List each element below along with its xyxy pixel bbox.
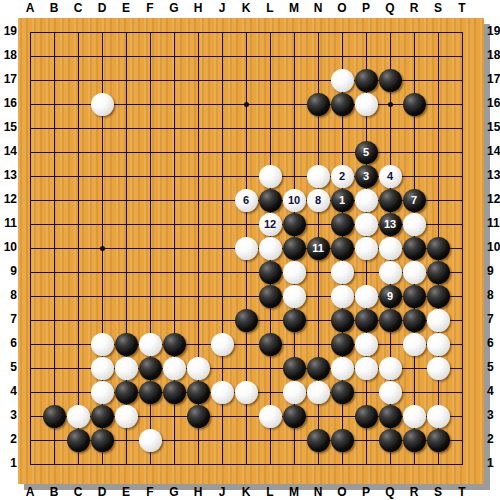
black-stone-R7 [403,309,426,332]
coordinate-label-left-10: 10 [1,240,17,254]
black-stone-E6 [115,333,138,356]
white-stone-O9 [331,261,354,284]
black-stone-M5 [283,357,306,380]
black-stone-L12 [259,189,282,212]
move-number-13: 13 [384,219,396,230]
white-stone-L13 [259,165,282,188]
white-stone-M9 [283,261,306,284]
coordinate-label-left-8: 8 [1,288,17,302]
coordinate-label-right-14: 14 [487,144,500,158]
white-stone-Q9 [379,261,402,284]
coordinate-label-bottom-G: G [162,485,186,499]
move-number-7: 7 [411,195,417,206]
black-stone-Q17 [379,69,402,92]
coordinate-label-bottom-O: O [330,485,354,499]
black-stone-Q12 [379,189,402,212]
white-stone-M8 [283,285,306,308]
black-stone-R12: 7 [403,189,426,212]
coordinate-label-left-13: 13 [1,168,17,182]
black-stone-N10: 11 [307,237,330,260]
coordinate-label-bottom-D: D [90,485,114,499]
coordinate-label-bottom-S: S [426,485,450,499]
black-stone-L9 [259,261,282,284]
white-stone-M12: 10 [283,189,306,212]
move-number-2: 2 [339,171,345,182]
black-stone-M11 [283,213,306,236]
black-stone-G6 [163,333,186,356]
coordinate-label-left-18: 18 [1,48,17,62]
white-stone-Q5 [379,357,402,380]
coordinate-label-left-7: 7 [1,312,17,326]
coordinate-label-right-3: 3 [487,408,500,422]
black-stone-O4 [331,381,354,404]
move-number-5: 5 [363,147,369,158]
coordinate-label-top-G: G [162,1,186,15]
coordinate-label-right-19: 19 [487,24,500,38]
coordinate-label-top-N: N [306,1,330,15]
black-stone-G4 [163,381,186,404]
black-stone-H3 [187,405,210,428]
white-stone-L3 [259,405,282,428]
move-number-8: 8 [315,195,321,206]
coordinate-label-top-T: T [450,1,474,15]
coordinate-label-left-3: 3 [1,408,17,422]
coordinate-label-right-11: 11 [487,216,500,230]
white-stone-S5 [427,357,450,380]
black-stone-O10 [331,237,354,260]
coordinate-label-top-Q: Q [378,1,402,15]
black-stone-K7 [235,309,258,332]
coordinate-label-left-17: 17 [1,72,17,86]
black-stone-P7 [355,309,378,332]
move-number-12: 12 [264,219,276,230]
white-stone-C3 [67,405,90,428]
coordinate-label-top-B: B [42,1,66,15]
black-stone-P14: 5 [355,141,378,164]
coordinate-label-right-7: 7 [487,312,500,326]
white-stone-P10 [355,237,378,260]
coordinate-label-left-2: 2 [1,432,17,446]
coordinate-label-left-16: 16 [1,96,17,110]
white-stone-D5 [91,357,114,380]
white-stone-D16 [91,93,114,116]
black-stone-S2 [427,429,450,452]
white-stone-Q13: 4 [379,165,402,188]
black-stone-E4 [115,381,138,404]
white-stone-R6 [403,333,426,356]
black-stone-O6 [331,333,354,356]
white-stone-N13 [307,165,330,188]
coordinate-label-left-1: 1 [1,456,17,470]
coordinate-label-bottom-C: C [66,485,90,499]
white-stone-O13: 2 [331,165,354,188]
coordinate-label-left-6: 6 [1,336,17,350]
black-stone-F4 [139,381,162,404]
black-stone-C2 [67,429,90,452]
black-stone-M7 [283,309,306,332]
coordinate-label-right-2: 2 [487,432,500,446]
go-board[interactable]: 52346108171213119 [18,18,484,484]
star-point-D10 [100,246,105,251]
coordinate-label-left-19: 19 [1,24,17,38]
white-stone-P5 [355,357,378,380]
white-stone-R3 [403,405,426,428]
white-stone-P12 [355,189,378,212]
coordinate-label-top-E: E [114,1,138,15]
white-stone-M4 [283,381,306,404]
black-stone-M10 [283,237,306,260]
white-stone-P11 [355,213,378,236]
coordinate-label-bottom-F: F [138,485,162,499]
white-stone-O5 [331,357,354,380]
coordinate-label-bottom-P: P [354,485,378,499]
coordinate-label-bottom-N: N [306,485,330,499]
white-stone-E3 [115,405,138,428]
coordinate-label-bottom-M: M [282,485,306,499]
move-number-1: 1 [339,195,345,206]
white-stone-S7 [427,309,450,332]
white-stone-Q10 [379,237,402,260]
coordinate-label-right-5: 5 [487,360,500,374]
coordinate-label-right-9: 9 [487,264,500,278]
black-stone-Q11: 13 [379,213,402,236]
coordinate-label-right-16: 16 [487,96,500,110]
white-stone-K12: 6 [235,189,258,212]
coordinate-label-top-R: R [402,1,426,15]
white-stone-F6 [139,333,162,356]
white-stone-G5 [163,357,186,380]
coordinate-label-left-15: 15 [1,120,17,134]
coordinate-label-right-10: 10 [487,240,500,254]
coordinate-label-left-12: 12 [1,192,17,206]
coordinate-label-top-D: D [90,1,114,15]
black-stone-P13: 3 [355,165,378,188]
coordinate-label-right-17: 17 [487,72,500,86]
coordinate-label-top-C: C [66,1,90,15]
coordinate-label-bottom-R: R [402,485,426,499]
coordinate-label-left-14: 14 [1,144,17,158]
black-stone-O7 [331,309,354,332]
coordinate-label-top-H: H [186,1,210,15]
black-stone-P3 [355,405,378,428]
move-number-6: 6 [243,195,249,206]
black-stone-S10 [427,237,450,260]
white-stone-P6 [355,333,378,356]
coordinate-label-top-S: S [426,1,450,15]
black-stone-D2 [91,429,114,452]
coordinate-label-top-O: O [330,1,354,15]
white-stone-O8 [331,285,354,308]
white-stone-P8 [355,285,378,308]
move-number-4: 4 [387,171,393,182]
coordinate-label-bottom-H: H [186,485,210,499]
white-stone-D4 [91,381,114,404]
coordinate-label-right-15: 15 [487,120,500,134]
white-stone-K4 [235,381,258,404]
coordinate-label-bottom-E: E [114,485,138,499]
black-stone-Q2 [379,429,402,452]
move-number-11: 11 [312,243,324,254]
black-stone-Q7 [379,309,402,332]
black-stone-O2 [331,429,354,452]
coordinate-label-top-K: K [234,1,258,15]
black-stone-Q3 [379,405,402,428]
black-stone-R16 [403,93,426,116]
white-stone-S6 [427,333,450,356]
white-stone-L11: 12 [259,213,282,236]
black-stone-M3 [283,405,306,428]
coordinate-label-right-4: 4 [487,384,500,398]
white-stone-K10 [235,237,258,260]
star-point-Q16 [388,102,393,107]
white-stone-H5 [187,357,210,380]
coordinate-label-left-9: 9 [1,264,17,278]
black-stone-N16 [307,93,330,116]
coordinate-label-bottom-L: L [258,485,282,499]
coordinate-label-right-8: 8 [487,288,500,302]
white-stone-D6 [91,333,114,356]
coordinate-label-top-A: A [18,1,42,15]
coordinate-label-right-6: 6 [487,336,500,350]
black-stone-P17 [355,69,378,92]
star-point-K16 [244,102,249,107]
coordinate-label-bottom-T: T [450,485,474,499]
coordinate-label-right-18: 18 [487,48,500,62]
white-stone-R11 [403,213,426,236]
white-stone-P16 [355,93,378,116]
coordinate-label-bottom-Q: Q [378,485,402,499]
coordinate-label-top-P: P [354,1,378,15]
black-stone-O12: 1 [331,189,354,212]
black-stone-B3 [43,405,66,428]
coordinate-label-top-F: F [138,1,162,15]
coordinate-label-bottom-K: K [234,485,258,499]
white-stone-J4 [211,381,234,404]
coordinate-label-top-J: J [210,1,234,15]
black-stone-D3 [91,405,114,428]
white-stone-L10 [259,237,282,260]
black-stone-L8 [259,285,282,308]
black-stone-Q8: 9 [379,285,402,308]
coordinate-label-bottom-A: A [18,485,42,499]
coordinate-label-left-4: 4 [1,384,17,398]
white-stone-J6 [211,333,234,356]
black-stone-R10 [403,237,426,260]
coordinate-label-left-11: 11 [1,216,17,230]
coordinate-label-left-5: 5 [1,360,17,374]
black-stone-O16 [331,93,354,116]
move-number-3: 3 [363,171,369,182]
coordinate-label-right-12: 12 [487,192,500,206]
black-stone-O11 [331,213,354,236]
white-stone-Q4 [379,381,402,404]
move-number-9: 9 [387,291,393,302]
white-stone-N4 [307,381,330,404]
coordinate-label-right-13: 13 [487,168,500,182]
coordinate-label-bottom-B: B [42,485,66,499]
white-stone-F2 [139,429,162,452]
coordinate-label-bottom-J: J [210,485,234,499]
white-stone-S3 [427,405,450,428]
black-stone-S8 [427,285,450,308]
black-stone-F5 [139,357,162,380]
black-stone-S9 [427,261,450,284]
black-stone-R2 [403,429,426,452]
white-stone-E5 [115,357,138,380]
black-stone-N2 [307,429,330,452]
white-stone-N12: 8 [307,189,330,212]
move-number-10: 10 [288,195,300,206]
go-board-diagram: 52346108171213119 AABBCCDDEEFFGGHHJJKKLL… [0,0,500,500]
coordinate-label-top-L: L [258,1,282,15]
white-stone-R9 [403,261,426,284]
black-stone-R8 [403,285,426,308]
black-stone-H4 [187,381,210,404]
coordinate-label-top-M: M [282,1,306,15]
black-stone-L6 [259,333,282,356]
black-stone-N5 [307,357,330,380]
white-stone-O17 [331,69,354,92]
coordinate-label-right-1: 1 [487,456,500,470]
